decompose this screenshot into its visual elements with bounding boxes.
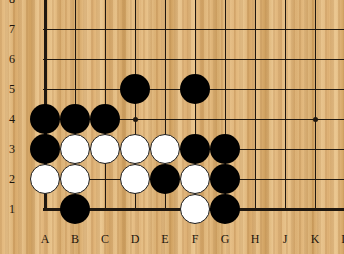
stone-black-d5 [120,74,150,104]
col-label-f: F [192,232,199,246]
col-label-c: C [101,232,109,246]
star-point-d4 [133,117,138,122]
row-label-3: 3 [9,142,15,156]
stone-white-f1 [180,194,210,224]
row-label-4: 4 [9,112,15,126]
row-label-6: 6 [9,52,15,66]
stone-white-b3 [60,134,90,164]
col-label-g: G [221,232,230,246]
col-label-b: B [71,232,79,246]
stone-black-b4 [60,104,90,134]
col-label-d: D [131,232,140,246]
col-label-h: H [251,232,260,246]
col-label-j: J [283,232,288,246]
stone-black-f3 [180,134,210,164]
stone-white-d3 [120,134,150,164]
stone-white-c3 [90,134,120,164]
col-label-k: K [311,232,320,246]
row-label-8: 8 [9,0,15,6]
stone-black-b1 [60,194,90,224]
stone-black-a4 [30,104,60,134]
row-label-7: 7 [9,22,15,36]
stone-black-g2 [210,164,240,194]
stone-white-f2 [180,164,210,194]
row-label-2: 2 [9,172,15,186]
stone-black-g1 [210,194,240,224]
stone-white-d2 [120,164,150,194]
stone-black-c4 [90,104,120,134]
star-point-k4 [313,117,318,122]
row-label-1: 1 [9,202,15,216]
stone-black-e2 [150,164,180,194]
stone-black-a3 [30,134,60,164]
stone-white-b2 [60,164,90,194]
grid-line-row-6 [43,59,344,60]
col-label-a: A [41,232,50,246]
grid-line-row-7 [43,29,344,30]
row-label-5: 5 [9,82,15,96]
col-label-e: E [161,232,168,246]
go-board[interactable]: ABCDEFGHJKL87654321 [0,0,344,254]
stone-black-g3 [210,134,240,164]
stone-white-e3 [150,134,180,164]
stone-black-f5 [180,74,210,104]
stone-white-a2 [30,164,60,194]
